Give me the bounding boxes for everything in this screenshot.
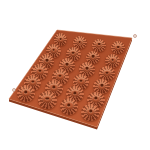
- cavity-center-hole: [94, 97, 97, 100]
- cavity-center-hole: [98, 43, 101, 45]
- cavity-center-hole: [38, 70, 41, 73]
- cavity-center-hole: [117, 46, 120, 48]
- gugelhupf-cavity: [38, 91, 56, 108]
- cavity-center-hole: [73, 91, 76, 94]
- cavity-center-hole: [100, 84, 103, 87]
- cavity-center-hole: [59, 74, 62, 77]
- cavity-center-hole: [52, 86, 55, 89]
- gugelhupf-cavity: [111, 41, 125, 54]
- cavity-center-hole: [78, 40, 81, 42]
- gugelhupf-cavity: [17, 85, 35, 102]
- cavity-center-hole: [31, 80, 34, 83]
- cavity-grid: [0, 0, 150, 150]
- cavity-center-hole: [59, 38, 62, 40]
- gugelhupf-cavity: [92, 39, 106, 52]
- cavity-center-hole: [79, 79, 82, 82]
- product-photo: [0, 0, 150, 150]
- gugelhupf-cavity: [81, 104, 99, 121]
- gugelhupf-cavity: [60, 98, 78, 115]
